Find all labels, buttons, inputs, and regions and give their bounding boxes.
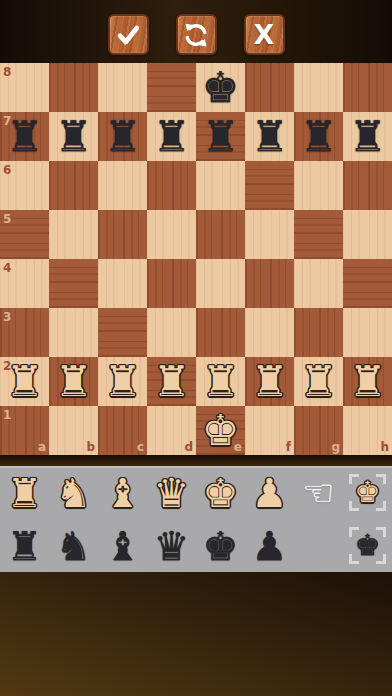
square-c7[interactable]: ♜ <box>98 112 147 161</box>
square-d4[interactable] <box>147 259 196 308</box>
black-king: ♚ <box>355 531 381 560</box>
square-c6[interactable] <box>98 161 147 210</box>
white-king: ♚ <box>203 470 239 516</box>
black-rook: ♜ <box>7 523 43 569</box>
palette-white-queen[interactable]: ♛ <box>154 473 190 513</box>
rank-label-2: 2 <box>3 360 11 372</box>
square-b1[interactable]: b <box>49 406 98 455</box>
black-knight: ♞ <box>56 523 92 569</box>
white-knight: ♞ <box>56 470 92 516</box>
file-label-d: d <box>184 441 193 453</box>
rank-label-7: 7 <box>3 115 11 127</box>
reset-button[interactable] <box>176 14 217 55</box>
file-label-f: f <box>286 441 291 453</box>
palette-black-pawn[interactable]: ♟ <box>252 526 288 566</box>
file-label-c: c <box>137 441 144 453</box>
palette-white-king[interactable]: ♚ <box>203 473 239 513</box>
rank-label-3: 3 <box>3 311 11 323</box>
x-icon: X <box>254 21 275 48</box>
check-icon <box>114 21 142 49</box>
piece-palette: ♜♞♝♛♚♟☜♚♜♞♝♛♚♟♚ <box>0 466 392 572</box>
square-b6[interactable] <box>49 161 98 210</box>
file-label-b: b <box>86 441 95 453</box>
square-d7[interactable]: ♜ <box>147 112 196 161</box>
rank-label-5: 5 <box>3 213 11 225</box>
square-h6[interactable] <box>343 161 392 210</box>
black-king: ♚ <box>203 523 239 569</box>
square-b5[interactable] <box>49 210 98 259</box>
square-f8[interactable] <box>245 63 294 112</box>
square-b2[interactable]: ♜ <box>49 357 98 406</box>
square-f4[interactable] <box>245 259 294 308</box>
square-a4[interactable]: 4 <box>0 259 49 308</box>
sync-icon <box>182 21 210 49</box>
square-e1[interactable]: e♚ <box>196 406 245 455</box>
white-rook: ♜ <box>104 361 142 403</box>
black-pawn: ♟ <box>252 523 288 569</box>
rank-label-1: 1 <box>3 409 11 421</box>
square-h4[interactable] <box>343 259 392 308</box>
square-b4[interactable] <box>49 259 98 308</box>
black-rook: ♜ <box>153 116 191 158</box>
hand-cursor-tool[interactable]: ☜ <box>302 475 334 511</box>
hand-pointer-icon: ☜ <box>302 472 334 513</box>
palette-row-black-pieces: ♜♞♝♛♚♟♚ <box>0 519 392 572</box>
black-rook: ♜ <box>251 116 289 158</box>
square-e4[interactable] <box>196 259 245 308</box>
square-c8[interactable] <box>98 63 147 112</box>
confirm-button[interactable] <box>108 14 149 55</box>
square-c5[interactable] <box>98 210 147 259</box>
rank-label-8: 8 <box>3 66 11 78</box>
square-g7[interactable]: ♜ <box>294 112 343 161</box>
select-white-king-tool[interactable]: ♚ <box>349 474 386 511</box>
white-queen: ♛ <box>154 470 190 516</box>
square-f6[interactable] <box>245 161 294 210</box>
square-h3[interactable] <box>343 308 392 357</box>
select-black-king-tool[interactable]: ♚ <box>349 527 386 564</box>
white-rook: ♜ <box>349 361 387 403</box>
square-f1[interactable]: f <box>245 406 294 455</box>
black-rook: ♜ <box>300 116 338 158</box>
square-h5[interactable] <box>343 210 392 259</box>
square-g1[interactable]: g <box>294 406 343 455</box>
square-b3[interactable] <box>49 308 98 357</box>
white-pawn: ♟ <box>252 470 288 516</box>
palette-black-knight[interactable]: ♞ <box>56 526 92 566</box>
square-g2[interactable]: ♜ <box>294 357 343 406</box>
square-a1[interactable]: 1a <box>0 406 49 455</box>
square-a5[interactable]: 5 <box>0 210 49 259</box>
square-e6[interactable] <box>196 161 245 210</box>
white-rook: ♜ <box>7 470 43 516</box>
square-f3[interactable] <box>245 308 294 357</box>
square-e3[interactable] <box>196 308 245 357</box>
square-c3[interactable] <box>98 308 147 357</box>
palette-black-rook[interactable]: ♜ <box>7 526 43 566</box>
rank-label-4: 4 <box>3 262 11 274</box>
palette-white-rook[interactable]: ♜ <box>7 473 43 513</box>
square-h7[interactable]: ♜ <box>343 112 392 161</box>
square-g5[interactable] <box>294 210 343 259</box>
file-label-a: a <box>38 441 46 453</box>
white-bishop: ♝ <box>105 470 141 516</box>
black-rook: ♜ <box>55 116 93 158</box>
rank-label-6: 6 <box>3 164 11 176</box>
file-label-g: g <box>331 441 340 453</box>
square-d2[interactable]: ♜ <box>147 357 196 406</box>
square-h2[interactable]: ♜ <box>343 357 392 406</box>
square-f2[interactable]: ♜ <box>245 357 294 406</box>
palette-white-pawn[interactable]: ♟ <box>252 473 288 513</box>
toolbar: X <box>0 0 392 63</box>
square-e8[interactable]: ♚ <box>196 63 245 112</box>
square-e2[interactable]: ♜ <box>196 357 245 406</box>
square-c1[interactable]: c <box>98 406 147 455</box>
square-d6[interactable] <box>147 161 196 210</box>
cancel-button[interactable]: X <box>244 14 285 55</box>
square-f7[interactable]: ♜ <box>245 112 294 161</box>
square-d1[interactable]: d <box>147 406 196 455</box>
square-g4[interactable] <box>294 259 343 308</box>
white-rook: ♜ <box>202 361 240 403</box>
square-g3[interactable] <box>294 308 343 357</box>
black-rook: ♜ <box>202 116 240 158</box>
square-f5[interactable] <box>245 210 294 259</box>
board: 8♚7♜♜♜♜♜♜♜♜65432♜♜♜♜♜♜♜♜1abcde♚fgh <box>0 63 392 455</box>
square-c2[interactable]: ♜ <box>98 357 147 406</box>
white-rook: ♜ <box>251 361 289 403</box>
square-h8[interactable] <box>343 63 392 112</box>
black-queen: ♛ <box>154 523 190 569</box>
square-b8[interactable] <box>49 63 98 112</box>
file-label-h: h <box>380 441 389 453</box>
white-rook: ♜ <box>300 361 338 403</box>
black-bishop: ♝ <box>105 523 141 569</box>
square-a8[interactable]: 8 <box>0 63 49 112</box>
file-label-e: e <box>234 441 242 453</box>
palette-black-queen[interactable]: ♛ <box>154 526 190 566</box>
square-e7[interactable]: ♜ <box>196 112 245 161</box>
square-e5[interactable] <box>196 210 245 259</box>
board-shadow <box>0 455 392 466</box>
black-rook: ♜ <box>104 116 142 158</box>
selection-frame-icon: ♚ <box>349 527 386 564</box>
palette-white-knight[interactable]: ♞ <box>56 473 92 513</box>
square-g8[interactable] <box>294 63 343 112</box>
square-a6[interactable]: 6 <box>0 161 49 210</box>
square-a7[interactable]: 7♜ <box>0 112 49 161</box>
square-h1[interactable]: h <box>343 406 392 455</box>
palette-black-king[interactable]: ♚ <box>203 526 239 566</box>
palette-black-bishop[interactable]: ♝ <box>105 526 141 566</box>
white-rook: ♜ <box>153 361 191 403</box>
selection-frame-icon: ♚ <box>349 474 386 511</box>
white-king: ♚ <box>355 478 381 507</box>
white-rook: ♜ <box>55 361 93 403</box>
square-d3[interactable] <box>147 308 196 357</box>
square-d8[interactable] <box>147 63 196 112</box>
palette-row-white-pieces: ♜♞♝♛♚♟☜♚ <box>0 466 392 519</box>
square-c4[interactable] <box>98 259 147 308</box>
palette-white-bishop[interactable]: ♝ <box>105 473 141 513</box>
black-rook: ♜ <box>349 116 387 158</box>
square-g6[interactable] <box>294 161 343 210</box>
square-a3[interactable]: 3 <box>0 308 49 357</box>
square-b7[interactable]: ♜ <box>49 112 98 161</box>
black-king: ♚ <box>202 67 240 109</box>
square-a2[interactable]: 2♜ <box>0 357 49 406</box>
footer-background <box>0 572 392 696</box>
square-d5[interactable] <box>147 210 196 259</box>
